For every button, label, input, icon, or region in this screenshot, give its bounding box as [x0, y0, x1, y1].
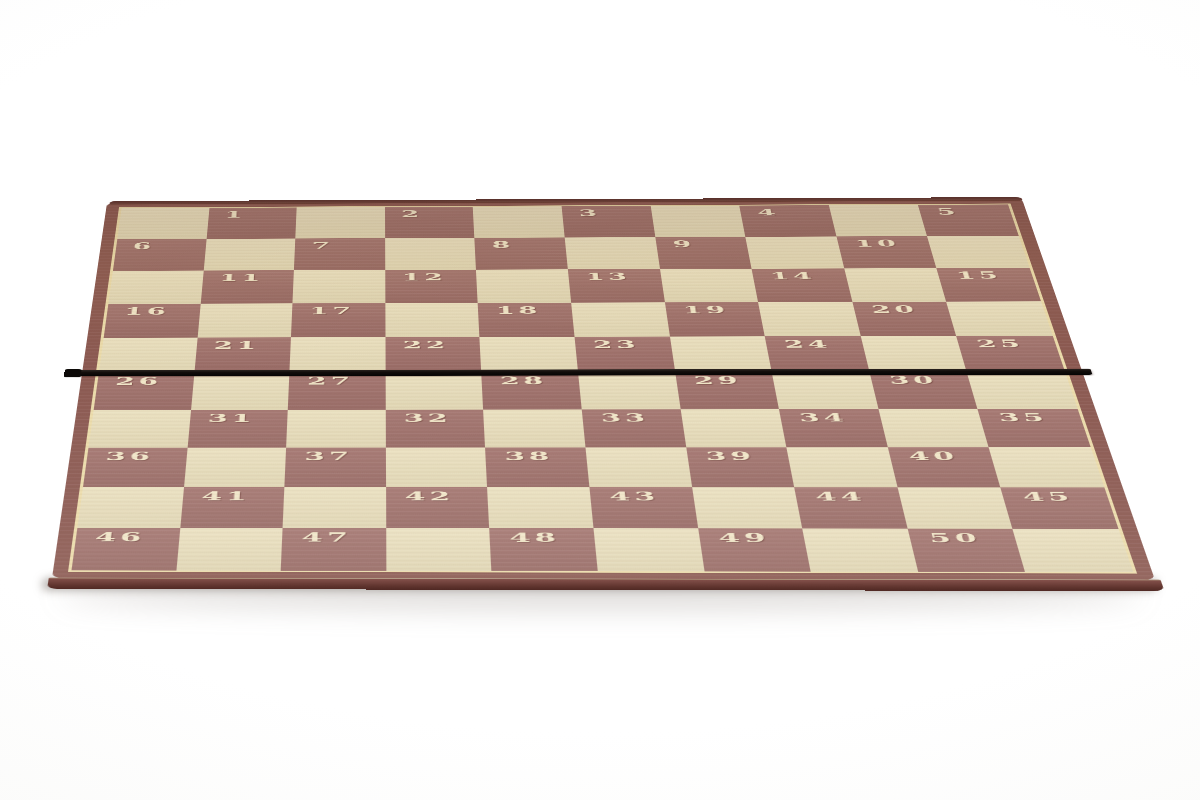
- dark-square-25: 25: [957, 336, 1065, 372]
- light-square: [385, 238, 476, 270]
- light-square: [585, 448, 691, 488]
- dark-square-27: 27: [288, 373, 386, 410]
- square-number: 1: [224, 209, 246, 220]
- square-number: 2: [401, 209, 423, 220]
- light-square: [286, 410, 385, 448]
- dark-square-23: 23: [575, 337, 675, 373]
- light-square: [197, 303, 292, 337]
- dark-square-19: 19: [665, 302, 765, 337]
- light-square: [578, 372, 680, 409]
- light-square: [184, 448, 287, 487]
- dark-square-39: 39: [686, 447, 794, 487]
- light-square: [191, 373, 290, 410]
- light-square: [108, 271, 203, 304]
- square-number: 14: [769, 270, 817, 281]
- square-number: 21: [214, 339, 261, 351]
- square-number: 23: [592, 339, 640, 351]
- light-square: [480, 337, 578, 373]
- square-number: 13: [585, 271, 631, 282]
- square-number: 20: [870, 303, 919, 315]
- light-square: [927, 236, 1029, 269]
- dark-square-37: 37: [285, 448, 386, 488]
- dark-square-30: 30: [869, 372, 978, 409]
- dark-square-5: 5: [918, 204, 1018, 236]
- square-number: 25: [975, 338, 1026, 350]
- square-number: 18: [495, 304, 541, 316]
- square-number: 41: [201, 489, 251, 503]
- dark-square-20: 20: [852, 302, 956, 337]
- light-square: [473, 206, 565, 237]
- square-number: 30: [888, 374, 939, 387]
- dark-square-8: 8: [475, 237, 568, 269]
- light-square: [660, 269, 759, 303]
- light-square: [1013, 529, 1133, 572]
- dark-square-34: 34: [779, 409, 888, 447]
- square-number: 45: [1021, 489, 1076, 503]
- square-number: 22: [403, 339, 449, 351]
- light-square: [476, 269, 571, 302]
- dark-square-46: 46: [71, 528, 179, 571]
- light-square: [99, 338, 197, 373]
- dark-square-41: 41: [180, 487, 285, 528]
- dark-square-50: 50: [907, 529, 1025, 572]
- square-number: 34: [798, 411, 849, 424]
- square-number: 37: [304, 450, 353, 463]
- light-square: [861, 336, 967, 372]
- square-number: 29: [693, 374, 742, 387]
- light-square: [487, 487, 593, 528]
- dark-square-4: 4: [739, 205, 836, 236]
- dark-square-33: 33: [582, 409, 686, 447]
- square-number: 24: [783, 338, 832, 350]
- light-square: [295, 207, 384, 238]
- dark-square-1: 1: [206, 207, 297, 238]
- square-number: 35: [997, 411, 1050, 424]
- square-number: 12: [402, 271, 447, 282]
- light-square: [385, 303, 480, 337]
- light-square: [565, 237, 660, 269]
- square-number: 43: [609, 489, 661, 503]
- light-square: [878, 409, 989, 448]
- dark-square-29: 29: [675, 372, 779, 409]
- dark-square-31: 31: [187, 410, 288, 448]
- square-number: 10: [854, 238, 901, 249]
- square-number: 38: [504, 450, 554, 463]
- dark-square-16: 16: [104, 304, 201, 338]
- square-number: 28: [500, 374, 548, 387]
- square-number: 8: [492, 239, 515, 250]
- square-number: 3: [578, 208, 601, 219]
- light-square: [483, 409, 585, 447]
- square-number: 48: [509, 531, 561, 546]
- light-square: [758, 302, 860, 337]
- dark-square-22: 22: [385, 337, 481, 373]
- light-square: [670, 336, 772, 372]
- light-square: [967, 372, 1078, 409]
- light-square: [946, 301, 1052, 336]
- dark-square-24: 24: [765, 336, 869, 372]
- dark-square-42: 42: [386, 487, 490, 528]
- light-square: [283, 487, 386, 528]
- dark-square-38: 38: [485, 448, 589, 488]
- dark-square-28: 28: [482, 372, 582, 409]
- square-number: 33: [600, 411, 650, 424]
- dark-square-26: 26: [94, 373, 194, 410]
- square-number: 39: [705, 450, 756, 463]
- light-square: [386, 448, 488, 488]
- light-square: [571, 302, 669, 337]
- light-square: [692, 487, 803, 528]
- square-number: 26: [115, 375, 163, 387]
- light-square: [203, 238, 295, 270]
- light-square: [386, 528, 492, 571]
- dark-square-3: 3: [562, 206, 655, 237]
- dark-square-45: 45: [1001, 487, 1119, 529]
- square-number: 46: [94, 530, 146, 544]
- light-square: [385, 373, 483, 410]
- dark-square-36: 36: [83, 448, 187, 487]
- light-square: [290, 337, 386, 373]
- dark-square-48: 48: [490, 528, 598, 571]
- light-square: [680, 409, 786, 447]
- dark-square-35: 35: [978, 409, 1091, 448]
- light-square: [117, 208, 209, 239]
- light-square: [989, 447, 1104, 487]
- light-square: [77, 487, 183, 528]
- square-number: 32: [404, 411, 452, 424]
- dark-square-7: 7: [294, 238, 385, 270]
- square-number: 9: [672, 239, 696, 250]
- dark-square-12: 12: [385, 270, 478, 303]
- light-square: [88, 410, 190, 448]
- light-square: [650, 206, 745, 237]
- square-number: 4: [756, 207, 780, 218]
- light-square: [802, 529, 917, 572]
- square-number: 15: [955, 270, 1004, 281]
- light-square: [745, 236, 844, 268]
- square-number: 16: [124, 305, 170, 317]
- dark-square-11: 11: [200, 270, 294, 303]
- dark-square-15: 15: [937, 268, 1041, 302]
- square-number: 40: [907, 449, 960, 462]
- dark-square-14: 14: [752, 269, 852, 303]
- dark-square-49: 49: [698, 529, 811, 572]
- board-photo-scene: 1234567891011121314151617181920212223242…: [0, 0, 1200, 800]
- light-square: [829, 205, 928, 236]
- square-number: 6: [132, 241, 155, 252]
- dark-square-18: 18: [478, 303, 575, 338]
- dark-square-40: 40: [888, 447, 1001, 487]
- square-number: 27: [307, 375, 354, 387]
- light-square: [897, 487, 1012, 529]
- dark-square-47: 47: [281, 528, 386, 571]
- square-number: 44: [814, 489, 867, 503]
- dark-square-10: 10: [836, 236, 936, 269]
- light-square: [593, 528, 704, 571]
- dark-square-32: 32: [386, 409, 486, 447]
- square-number: 49: [718, 531, 772, 546]
- draughts-board: 1234567891011121314151617181920212223242…: [52, 199, 1155, 580]
- board-thickness-edge: [47, 578, 1164, 592]
- dark-square-43: 43: [589, 487, 697, 528]
- light-square: [176, 528, 283, 571]
- dark-square-44: 44: [794, 487, 907, 528]
- square-number: 42: [405, 489, 455, 503]
- dark-square-13: 13: [568, 269, 665, 302]
- dark-square-6: 6: [113, 239, 206, 271]
- square-number: 47: [301, 530, 352, 544]
- light-square: [844, 268, 946, 302]
- light-square: [293, 270, 386, 303]
- square-number: 36: [105, 450, 155, 463]
- square-number: 11: [219, 272, 264, 283]
- board-field: 1234567891011121314151617181920212223242…: [68, 203, 1137, 573]
- square-number: 5: [935, 206, 960, 217]
- square-number: 17: [309, 305, 354, 317]
- square-number: 7: [312, 240, 334, 251]
- square-number: 19: [682, 304, 730, 316]
- dark-square-17: 17: [291, 303, 385, 337]
- dark-square-21: 21: [194, 338, 291, 374]
- dark-square-9: 9: [655, 237, 752, 269]
- dark-square-2: 2: [385, 207, 475, 238]
- light-square: [787, 447, 898, 487]
- light-square: [772, 372, 878, 409]
- square-number: 31: [208, 412, 256, 425]
- square-number: 50: [928, 531, 983, 546]
